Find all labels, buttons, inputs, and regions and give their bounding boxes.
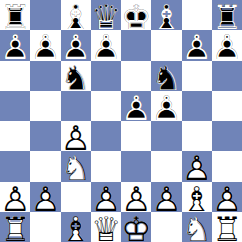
- square-f4[interactable]: [151, 121, 181, 151]
- square-a3[interactable]: [0, 151, 30, 181]
- square-g7[interactable]: ♟♙: [182, 30, 212, 60]
- square-a4[interactable]: [0, 121, 30, 151]
- chess-board: ♜♖♝♗♛♕♚♔♝♗♜♖♟♙♟♙♟♙♟♙♟♙♟♙♞♘♞♘♟♙♟♙♟♙♞♘♟♙♟♙…: [0, 0, 242, 242]
- square-d4[interactable]: [91, 121, 121, 151]
- white-bishop-c1: ♝♗: [61, 212, 91, 242]
- square-h3[interactable]: [212, 151, 242, 181]
- square-a5[interactable]: [0, 91, 30, 121]
- white-pawn-f2: ♟♙: [151, 182, 181, 212]
- black-queen-d8: ♛♕: [91, 0, 121, 30]
- square-c1[interactable]: ♝♗: [61, 212, 91, 242]
- square-h7[interactable]: ♟♙: [212, 30, 242, 60]
- square-d2[interactable]: ♟♙: [91, 182, 121, 212]
- square-f1[interactable]: [151, 212, 181, 242]
- square-g4[interactable]: [182, 121, 212, 151]
- square-f3[interactable]: [151, 151, 181, 181]
- square-g1[interactable]: ♞♘: [182, 212, 212, 242]
- square-d8[interactable]: ♛♕: [91, 0, 121, 30]
- black-pawn-e5: ♟♙: [121, 91, 151, 121]
- square-d5[interactable]: [91, 91, 121, 121]
- square-h6[interactable]: [212, 61, 242, 91]
- square-f8[interactable]: ♝♗: [151, 0, 181, 30]
- white-pawn-e2: ♟♙: [121, 182, 151, 212]
- white-bishop-g2: ♝♗: [182, 182, 212, 212]
- square-e8[interactable]: ♚♔: [121, 0, 151, 30]
- black-pawn-g7: ♟♙: [182, 30, 212, 60]
- square-a7[interactable]: ♟♙: [0, 30, 30, 60]
- square-f2[interactable]: ♟♙: [151, 182, 181, 212]
- square-d7[interactable]: ♟♙: [91, 30, 121, 60]
- square-b7[interactable]: ♟♙: [30, 30, 60, 60]
- square-e7[interactable]: [121, 30, 151, 60]
- square-a8[interactable]: ♜♖: [0, 0, 30, 30]
- white-pawn-d2: ♟♙: [91, 182, 121, 212]
- white-king-e1: ♚♔: [121, 212, 151, 242]
- black-bishop-f8: ♝♗: [151, 0, 181, 30]
- square-e2[interactable]: ♟♙: [121, 182, 151, 212]
- white-rook-a1: ♜♖: [0, 212, 30, 242]
- white-pawn-c4: ♟♙: [61, 121, 91, 151]
- square-b5[interactable]: [30, 91, 60, 121]
- square-h4[interactable]: [212, 121, 242, 151]
- square-d3[interactable]: [91, 151, 121, 181]
- square-a2[interactable]: ♟♙: [0, 182, 30, 212]
- black-knight-c6: ♞♘: [61, 61, 91, 91]
- square-g6[interactable]: [182, 61, 212, 91]
- square-e4[interactable]: [121, 121, 151, 151]
- square-b8[interactable]: [30, 0, 60, 30]
- square-h2[interactable]: ♟♙: [212, 182, 242, 212]
- square-b4[interactable]: [30, 121, 60, 151]
- square-c3[interactable]: ♞♘: [61, 151, 91, 181]
- square-h5[interactable]: [212, 91, 242, 121]
- square-a1[interactable]: ♜♖: [0, 212, 30, 242]
- square-b1[interactable]: [30, 212, 60, 242]
- square-b2[interactable]: ♟♙: [30, 182, 60, 212]
- square-b3[interactable]: [30, 151, 60, 181]
- square-h8[interactable]: ♜♖: [212, 0, 242, 30]
- black-pawn-f5: ♟♙: [151, 91, 181, 121]
- white-pawn-h2: ♟♙: [212, 182, 242, 212]
- square-a6[interactable]: [0, 61, 30, 91]
- square-c8[interactable]: ♝♗: [61, 0, 91, 30]
- square-f6[interactable]: ♞♘: [151, 61, 181, 91]
- square-c4[interactable]: ♟♙: [61, 121, 91, 151]
- black-pawn-h7: ♟♙: [212, 30, 242, 60]
- square-c2[interactable]: [61, 182, 91, 212]
- square-g8[interactable]: [182, 0, 212, 30]
- white-rook-h1: ♜♖: [212, 212, 242, 242]
- square-e6[interactable]: [121, 61, 151, 91]
- black-rook-a8: ♜♖: [0, 0, 30, 30]
- black-pawn-d7: ♟♙: [91, 30, 121, 60]
- square-g5[interactable]: [182, 91, 212, 121]
- white-knight-g1: ♞♘: [182, 212, 212, 242]
- white-pawn-a2: ♟♙: [0, 182, 30, 212]
- black-bishop-c8: ♝♗: [61, 0, 91, 30]
- white-pawn-g3: ♟♙: [182, 151, 212, 181]
- white-pawn-b2: ♟♙: [30, 182, 60, 212]
- square-e1[interactable]: ♚♔: [121, 212, 151, 242]
- square-d6[interactable]: [91, 61, 121, 91]
- square-b6[interactable]: [30, 61, 60, 91]
- square-c7[interactable]: ♟♙: [61, 30, 91, 60]
- square-e3[interactable]: [121, 151, 151, 181]
- square-e5[interactable]: ♟♙: [121, 91, 151, 121]
- square-g3[interactable]: ♟♙: [182, 151, 212, 181]
- black-knight-f6: ♞♘: [151, 61, 181, 91]
- chess-board-container: ♜♖♝♗♛♕♚♔♝♗♜♖♟♙♟♙♟♙♟♙♟♙♟♙♞♘♞♘♟♙♟♙♟♙♞♘♟♙♟♙…: [0, 0, 242, 242]
- square-h1[interactable]: ♜♖: [212, 212, 242, 242]
- square-d1[interactable]: ♛♕: [91, 212, 121, 242]
- square-f5[interactable]: ♟♙: [151, 91, 181, 121]
- black-pawn-b7: ♟♙: [30, 30, 60, 60]
- white-knight-c3: ♞♘: [61, 151, 91, 181]
- black-king-e8: ♚♔: [121, 0, 151, 30]
- square-g2[interactable]: ♝♗: [182, 182, 212, 212]
- black-pawn-c7: ♟♙: [61, 30, 91, 60]
- black-rook-h8: ♜♖: [212, 0, 242, 30]
- square-c6[interactable]: ♞♘: [61, 61, 91, 91]
- black-pawn-a7: ♟♙: [0, 30, 30, 60]
- square-f7[interactable]: [151, 30, 181, 60]
- white-queen-d1: ♛♕: [91, 212, 121, 242]
- square-c5[interactable]: [61, 91, 91, 121]
